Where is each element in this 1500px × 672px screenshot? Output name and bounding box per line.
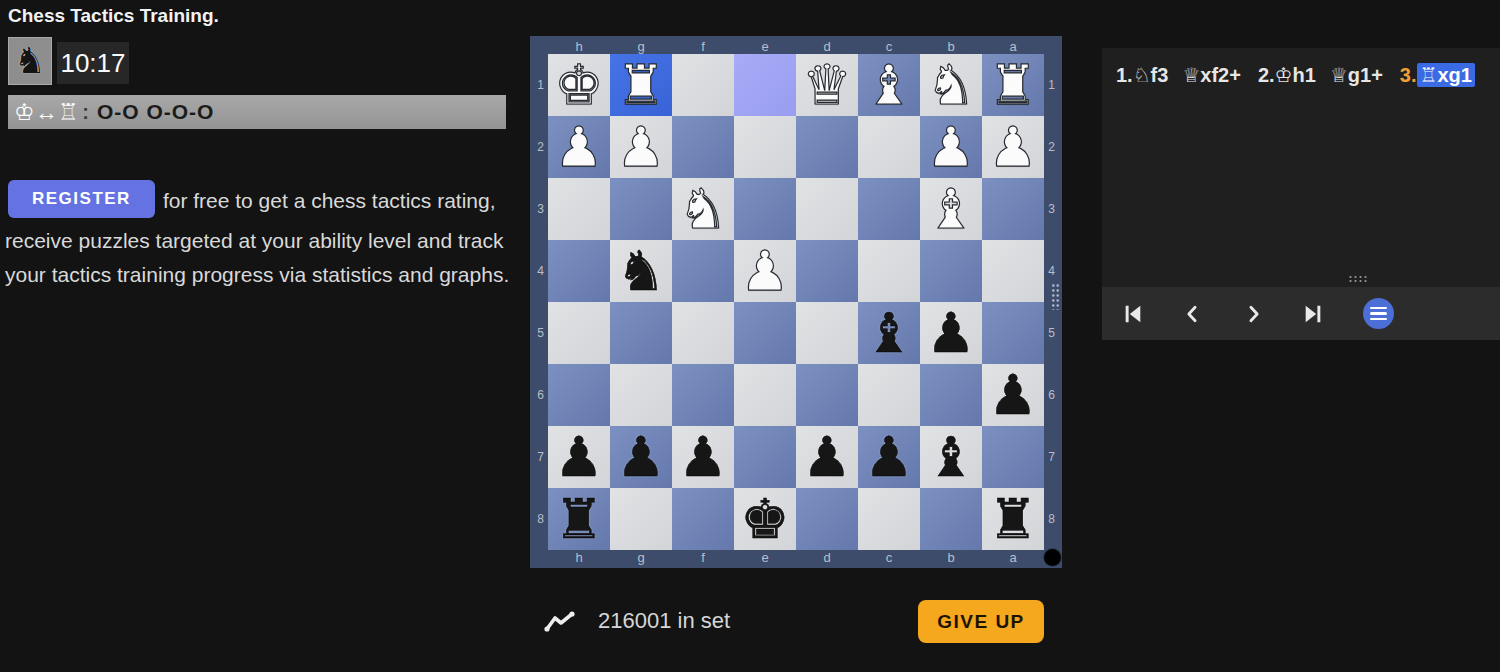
black-knight-icon: ♞ [14,43,46,79]
square-b2[interactable]: ♟ [920,116,982,178]
file-label-g: g [610,550,672,565]
square-f6[interactable] [672,364,734,426]
turn-indicator-tab[interactable]: ♞ [8,37,52,85]
white-rook[interactable]: ♜ [616,54,665,116]
square-c5[interactable]: ♝ [858,302,920,364]
page: Chess Tactics Training. ♞ 10:17 ♔ ↔ ♖ : … [0,0,1500,672]
rank-label-2: 2 [533,116,548,178]
skip-to-start-icon [1122,303,1144,325]
square-b6[interactable] [920,364,982,426]
square-e2[interactable] [734,116,796,178]
file-label-d: d [796,550,858,565]
square-e5[interactable] [734,302,796,364]
rank-label-7: 7 [1044,426,1059,488]
square-f1[interactable] [672,54,734,116]
square-e8[interactable]: ♚ [734,488,796,550]
square-e6[interactable] [734,364,796,426]
square-g7[interactable]: ♟ [610,426,672,488]
castling-rights-bar: ♔ ↔ ♖ : O-O O-O-O [8,95,506,129]
square-f3[interactable]: ♞ [672,178,734,240]
square-f7[interactable]: ♟ [672,426,734,488]
square-h2[interactable]: ♟ [548,116,610,178]
rank-label-3: 3 [533,178,548,240]
move-token[interactable]: ♕xf2+ [1182,64,1241,86]
square-d2[interactable] [796,116,858,178]
file-label-g: g [610,39,672,54]
square-c4[interactable] [858,240,920,302]
rank-label-5: 5 [533,302,548,364]
rank-label-8: 8 [1044,488,1059,550]
square-d5[interactable] [796,302,858,364]
next-move-button[interactable] [1241,302,1265,326]
white-bishop[interactable]: ♝ [926,178,975,240]
file-label-a: a [982,550,1044,565]
rank-label-3: 3 [1044,178,1059,240]
give-up-button[interactable]: GIVE UP [918,600,1044,643]
register-button[interactable]: REGISTER [8,180,155,218]
square-f4[interactable] [672,240,734,302]
rank-label-2: 2 [1044,116,1059,178]
black-pawn[interactable]: ♟ [678,426,727,488]
square-b3[interactable]: ♝ [920,178,982,240]
white-king[interactable]: ♚ [554,54,603,116]
hamburger-icon [1370,307,1387,310]
menu-button[interactable] [1363,298,1394,329]
square-h8[interactable]: ♜ [548,488,610,550]
square-h6[interactable] [548,364,610,426]
move-navigation-bar [1102,287,1500,340]
panel-resize-grip[interactable] [1348,275,1368,283]
black-pawn[interactable]: ♟ [864,426,913,488]
move-token[interactable]: ♘f3 [1133,64,1169,86]
square-h1[interactable]: ♚ [548,54,610,116]
square-a4[interactable] [982,240,1044,302]
square-a7[interactable] [982,426,1044,488]
square-b5[interactable]: ♟ [920,302,982,364]
castling-rights-value: O-O O-O-O [97,100,215,124]
file-label-e: e [734,39,796,54]
square-a6[interactable]: ♟ [982,364,1044,426]
move-token[interactable]: ♔h1 [1275,64,1316,86]
square-a3[interactable] [982,178,1044,240]
file-labels-bottom: hgfedcba [548,550,1059,565]
timer: 10:17 [57,42,129,84]
move-list: 1.♘f3♕xf2+2.♔h1♕g1+3.♖xg1 [1102,48,1500,102]
square-c2[interactable] [858,116,920,178]
rank-label-7: 7 [533,426,548,488]
white-knight[interactable]: ♞ [926,54,975,116]
square-g3[interactable] [610,178,672,240]
go-to-end-button[interactable] [1301,302,1325,326]
square-d8[interactable] [796,488,858,550]
square-c1[interactable]: ♝ [858,54,920,116]
square-a2[interactable]: ♟ [982,116,1044,178]
square-b4[interactable] [920,240,982,302]
board-grid: ♚♜♛♝♞♜♟♟♟♟♞♝♞♟♝♟♟♟♟♟♟♟♝♜♚♜ [548,54,1044,550]
file-label-a: a [982,39,1044,54]
chevron-left-icon [1183,303,1203,325]
black-knight[interactable]: ♞ [616,240,665,302]
white-pawn[interactable]: ♟ [740,240,789,302]
square-f2[interactable] [672,116,734,178]
black-to-move-indicator [1044,549,1061,566]
black-pawn[interactable]: ♟ [616,426,665,488]
board-resize-grip[interactable] [1051,283,1060,310]
black-pawn[interactable]: ♟ [802,426,851,488]
square-g5[interactable] [610,302,672,364]
black-bishop[interactable]: ♝ [864,302,913,364]
square-a8[interactable]: ♜ [982,488,1044,550]
file-label-h: h [548,550,610,565]
square-g8[interactable] [610,488,672,550]
selected-move[interactable]: ♖xg1 [1417,63,1475,87]
square-c7[interactable]: ♟ [858,426,920,488]
square-f8[interactable] [672,488,734,550]
rank-label-1: 1 [533,54,548,116]
square-a5[interactable] [982,302,1044,364]
rank-labels-left: 12345678 [533,54,548,550]
square-c3[interactable] [858,178,920,240]
chevron-right-icon [1243,303,1263,325]
square-b8[interactable] [920,488,982,550]
square-b1[interactable]: ♞ [920,54,982,116]
file-labels-top: hgfedcba [548,39,1059,54]
square-e1[interactable] [734,54,796,116]
file-label-f: f [672,39,734,54]
rank-label-6: 6 [533,364,548,426]
square-h4[interactable] [548,240,610,302]
go-to-start-button[interactable] [1121,302,1145,326]
file-label-h: h [548,39,610,54]
white-rook[interactable]: ♜ [988,54,1037,116]
castling-separator: : [82,101,89,124]
white-queen[interactable]: ♛ [802,54,851,116]
black-rook[interactable]: ♜ [988,488,1037,550]
file-label-b: b [920,550,982,565]
square-h5[interactable] [548,302,610,364]
square-c6[interactable] [858,364,920,426]
puzzles-in-set-count: 216001 in set [598,608,730,634]
king-icon: ♔ [14,101,35,124]
square-f5[interactable] [672,302,734,364]
square-d7[interactable]: ♟ [796,426,858,488]
black-rook[interactable]: ♜ [554,488,603,550]
square-d4[interactable] [796,240,858,302]
move-list-panel: 1.♘f3♕xf2+2.♔h1♕g1+3.♖xg1 [1102,48,1500,340]
black-pawn[interactable]: ♟ [988,364,1037,426]
square-a1[interactable]: ♜ [982,54,1044,116]
square-b7[interactable]: ♝ [920,426,982,488]
rank-label-4: 4 [533,240,548,302]
black-bishop[interactable]: ♝ [926,426,975,488]
square-c8[interactable] [858,488,920,550]
move-number: 2. [1258,64,1275,86]
rook-icon: ♖ [58,101,79,124]
square-g4[interactable]: ♞ [610,240,672,302]
square-d6[interactable] [796,364,858,426]
square-d3[interactable] [796,178,858,240]
file-label-e: e [734,550,796,565]
white-pawn[interactable]: ♟ [926,116,975,178]
square-e3[interactable] [734,178,796,240]
rank-label-1: 1 [1044,54,1059,116]
white-pawn[interactable]: ♟ [988,116,1037,178]
rank-label-5: 5 [1044,302,1059,364]
file-label-c: c [858,39,920,54]
previous-move-button[interactable] [1181,302,1205,326]
black-king[interactable]: ♚ [740,488,789,550]
skip-to-end-icon [1302,303,1324,325]
square-h3[interactable] [548,178,610,240]
square-g1[interactable]: ♜ [610,54,672,116]
white-bishop[interactable]: ♝ [864,54,913,116]
square-e4[interactable]: ♟ [734,240,796,302]
white-pawn[interactable]: ♟ [554,116,603,178]
file-label-c: c [858,550,920,565]
square-e7[interactable] [734,426,796,488]
white-knight[interactable]: ♞ [678,178,727,240]
move-token[interactable]: ♕g1+ [1330,64,1383,86]
white-pawn[interactable]: ♟ [616,116,665,178]
file-label-b: b [920,39,982,54]
promo-paragraph: REGISTERfor free to get a chess tactics … [5,180,510,292]
move-number: 1. [1116,64,1133,86]
square-d1[interactable]: ♛ [796,54,858,116]
rank-label-6: 6 [1044,364,1059,426]
swap-arrow-icon: ↔ [35,101,58,124]
square-g6[interactable] [610,364,672,426]
move-number: 3. [1400,64,1417,86]
black-pawn[interactable]: ♟ [926,302,975,364]
square-h7[interactable]: ♟ [548,426,610,488]
stats-chart-icon [543,610,577,634]
rank-label-8: 8 [533,488,548,550]
black-pawn[interactable]: ♟ [554,426,603,488]
file-label-d: d [796,39,858,54]
square-g2[interactable]: ♟ [610,116,672,178]
chess-board: hgfedcba 12345678 ♚♜♛♝♞♜♟♟♟♟♞♝♞♟♝♟♟♟♟♟♟♟… [530,36,1062,568]
file-label-f: f [672,550,734,565]
page-title: Chess Tactics Training. [8,5,219,27]
